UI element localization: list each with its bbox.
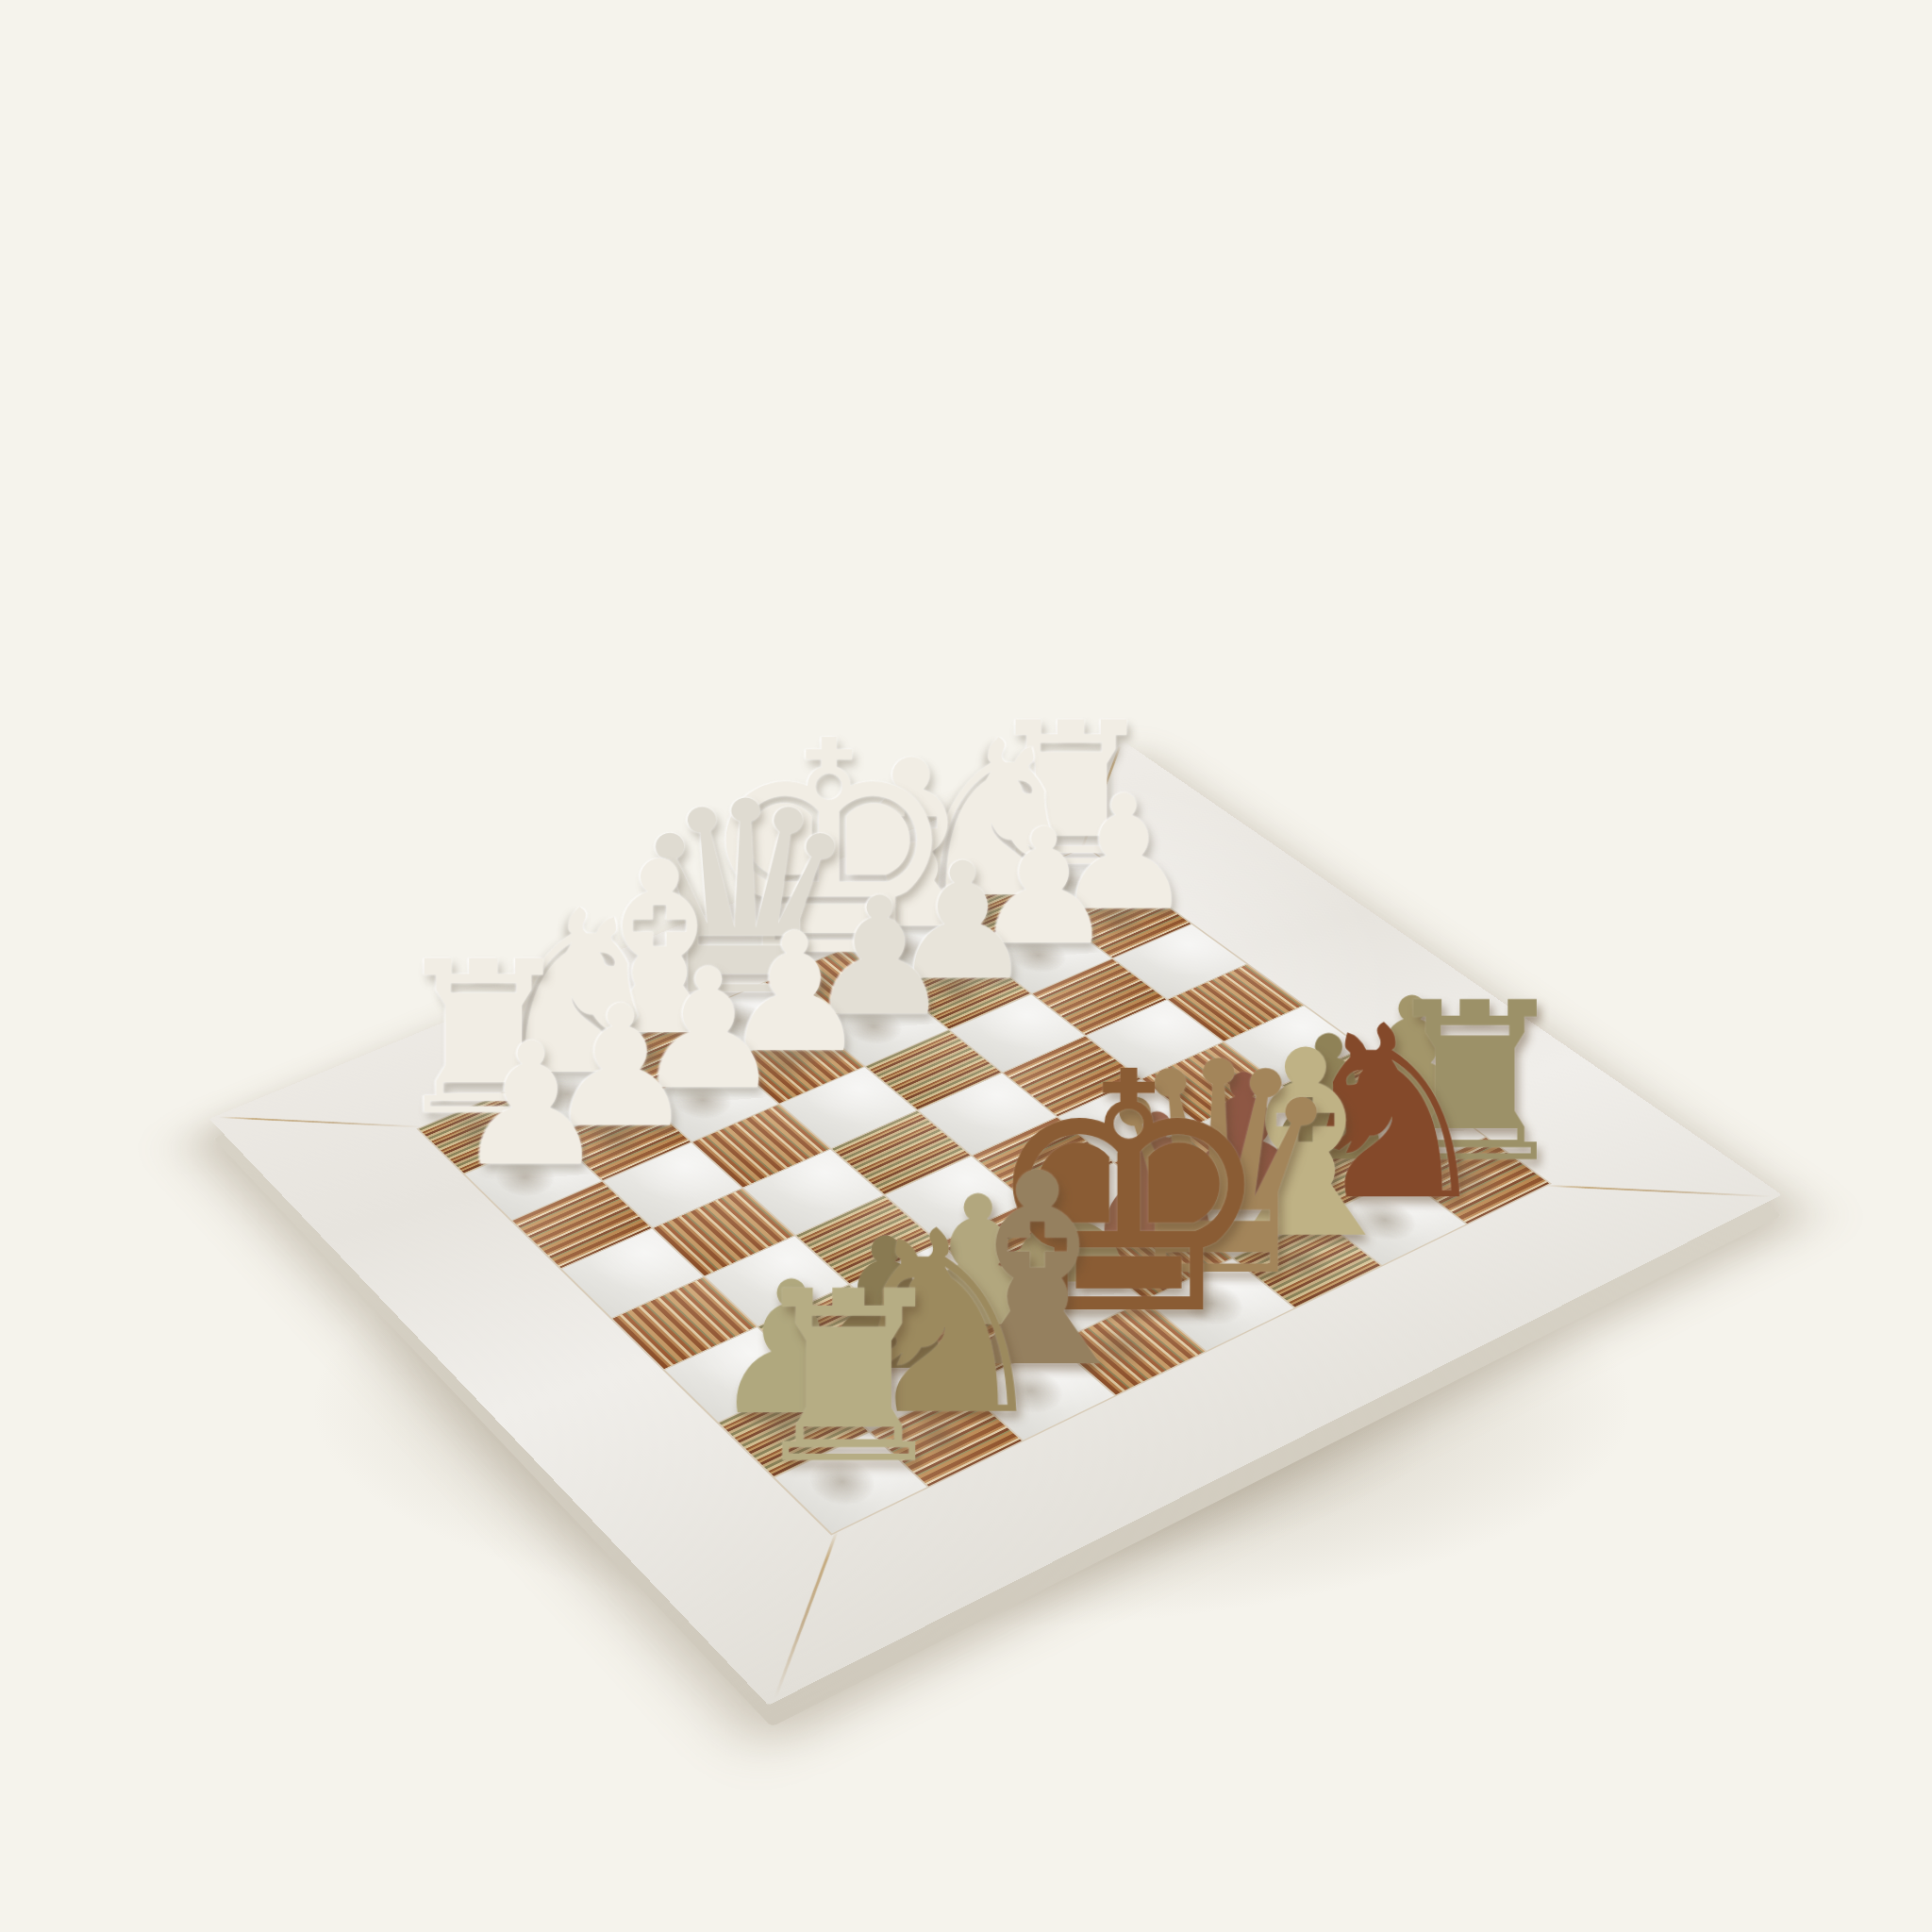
square-a8: ♜ — [775, 1433, 927, 1534]
piece-glyph: ♟ — [456, 1021, 608, 1190]
scene-3d: ♜♟♟♜♞♟♟♞♝♟♟♝♚♟♟♛♛♟♟♚♝♟♟♝♞♟♟♞♜♟♟♜ — [0, 0, 1932, 1932]
photo-stage: ♜♟♟♜♞♟♟♞♝♟♟♝♚♟♟♛♛♟♟♚♝♟♟♝♞♟♟♞♜♟♟♜ — [0, 0, 1932, 1932]
piece-glyph: ♜ — [743, 1259, 955, 1495]
chess-board: ♜♟♟♜♞♟♟♞♝♟♟♝♚♟♟♛♛♟♟♚♝♟♟♝♞♟♟♞♜♟♟♜ — [209, 741, 1782, 1705]
marble-vein-near-corner — [774, 1531, 839, 1699]
board-slab-top: ♜♟♟♜♞♟♟♞♝♟♟♝♚♟♟♛♛♟♟♚♝♟♟♝♞♟♟♞♜♟♟♜ — [209, 741, 1782, 1705]
checker-grid: ♜♟♟♜♞♟♟♞♝♟♟♝♚♟♟♛♛♟♟♚♝♟♟♝♞♟♟♞♜♟♟♜ — [416, 846, 1552, 1535]
marble-vein-right-corner — [1544, 1185, 1772, 1197]
square-a2: ♟ — [465, 1136, 601, 1220]
